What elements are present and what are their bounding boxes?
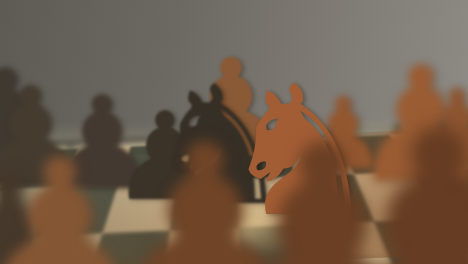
pieces-layer: ♟♟♟♟♟♞♞♟♟♟♟♟♟♟♟ bbox=[0, 0, 468, 264]
foreground-light-pawn-right: ♟ bbox=[288, 88, 468, 264]
chess-photo-frame: ♟♟♟♟♟♞♞♟♟♟♟♟♟♟♟ bbox=[0, 0, 468, 264]
